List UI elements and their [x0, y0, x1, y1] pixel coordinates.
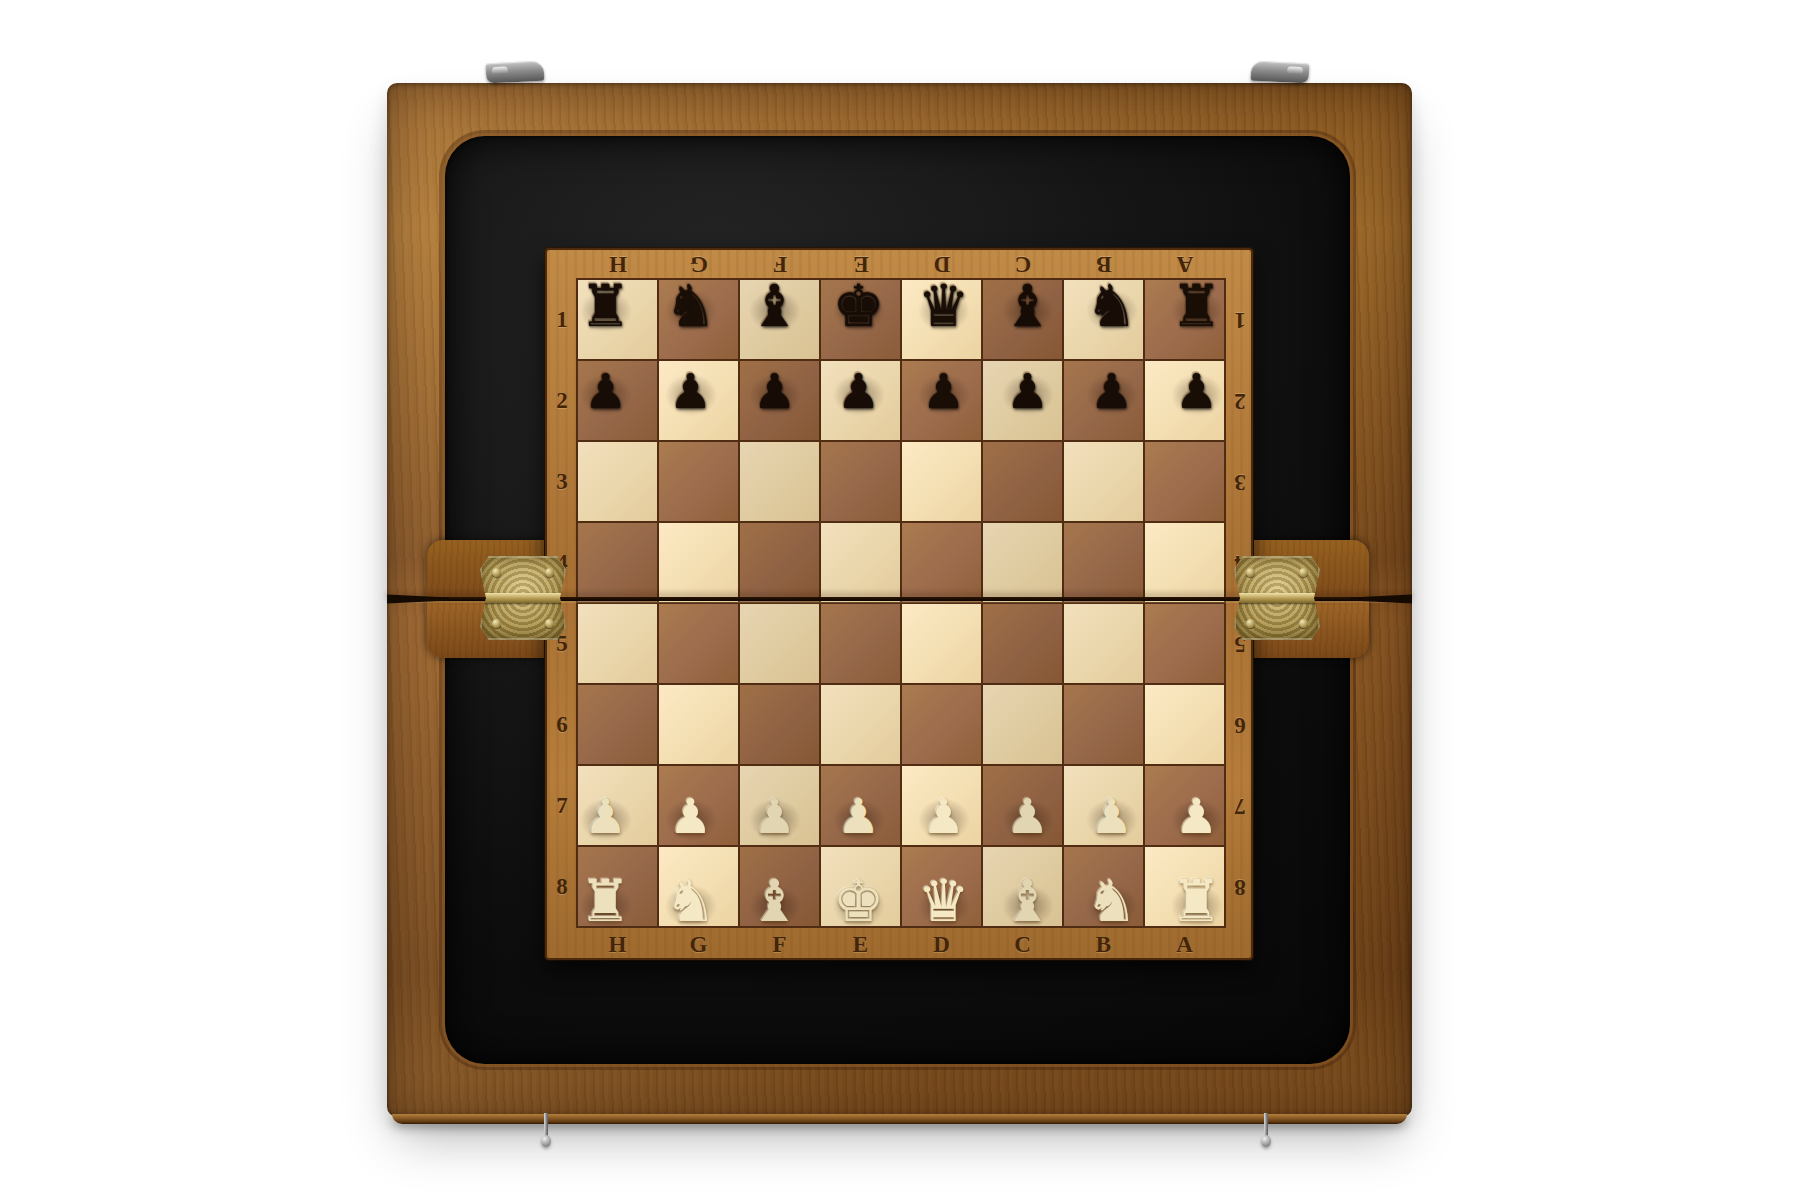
square-e1[interactable]: ♚ [821, 280, 900, 359]
file-label-bottom-E: E [853, 932, 868, 958]
square-a8[interactable]: ♜ [1145, 847, 1224, 926]
screw-icon [1299, 568, 1308, 577]
square-h8[interactable]: ♜ [578, 847, 657, 926]
square-d6[interactable] [902, 685, 981, 764]
square-f7[interactable]: ♟ [740, 766, 819, 845]
piece-white-pawn-e7[interactable]: ♟ [837, 792, 880, 840]
brass-hinge-left-icon [480, 556, 566, 640]
square-g3[interactable] [659, 442, 738, 521]
piece-black-pawn-f2[interactable]: ♟ [753, 367, 796, 415]
file-label-top-H: H [609, 251, 627, 277]
square-d8[interactable]: ♛ [902, 847, 981, 926]
photo-background: ♜♞♝♚♛♝♞♜♟♟♟♟♟♟♟♟♟♟♟♟♟♟♟♟♜♞♝♚♛♝♞♜ HHGGFFE… [0, 0, 1800, 1200]
square-b3[interactable] [1064, 442, 1143, 521]
square-g8[interactable]: ♞ [659, 847, 738, 926]
square-b2[interactable]: ♟ [1064, 361, 1143, 440]
piece-black-knight-b1[interactable]: ♞ [1086, 277, 1138, 335]
square-h4[interactable] [578, 523, 657, 602]
square-d4[interactable] [902, 523, 981, 602]
file-label-top-E: E [853, 251, 868, 277]
square-f2[interactable]: ♟ [740, 361, 819, 440]
square-d2[interactable]: ♟ [902, 361, 981, 440]
piece-white-king-e8[interactable]: ♚ [833, 872, 885, 930]
square-h7[interactable]: ♟ [578, 766, 657, 845]
file-label-top-B: B [1096, 251, 1111, 277]
piece-white-pawn-g7[interactable]: ♟ [669, 792, 712, 840]
chess-board: ♜♞♝♚♛♝♞♜♟♟♟♟♟♟♟♟♟♟♟♟♟♟♟♟♜♞♝♚♛♝♞♜ HHGGFFE… [545, 248, 1253, 960]
square-f6[interactable] [740, 685, 819, 764]
rank-label-left-2: 2 [556, 388, 568, 414]
piece-black-knight-g1[interactable]: ♞ [665, 277, 717, 335]
square-e7[interactable]: ♟ [821, 766, 900, 845]
piece-black-queen-d1[interactable]: ♛ [918, 277, 970, 335]
square-a5[interactable] [1145, 604, 1224, 683]
square-e5[interactable] [821, 604, 900, 683]
piece-white-pawn-d7[interactable]: ♟ [922, 792, 965, 840]
board-grid: ♜♞♝♚♛♝♞♜♟♟♟♟♟♟♟♟♟♟♟♟♟♟♟♟♜♞♝♚♛♝♞♜ [576, 278, 1226, 928]
piece-white-bishop-c8[interactable]: ♝ [1002, 872, 1054, 930]
screw-icon [492, 619, 501, 628]
square-e4[interactable] [821, 523, 900, 602]
file-label-bottom-B: B [1096, 932, 1111, 958]
piece-white-rook-h8[interactable]: ♜ [580, 872, 632, 930]
rank-label-right-7: 7 [1234, 793, 1246, 819]
square-b7[interactable]: ♟ [1064, 766, 1143, 845]
piece-white-queen-d8[interactable]: ♛ [918, 872, 970, 930]
square-g5[interactable] [659, 604, 738, 683]
rank-label-right-1: 1 [1234, 307, 1246, 333]
square-h2[interactable]: ♟ [578, 361, 657, 440]
piece-black-bishop-f1[interactable]: ♝ [749, 277, 801, 335]
hinge-pin-icon [1228, 593, 1326, 603]
square-f3[interactable] [740, 442, 819, 521]
piece-white-pawn-c7[interactable]: ♟ [1006, 792, 1049, 840]
square-a6[interactable] [1145, 685, 1224, 764]
rank-label-left-7: 7 [556, 793, 568, 819]
square-g7[interactable]: ♟ [659, 766, 738, 845]
square-f4[interactable] [740, 523, 819, 602]
piece-black-pawn-g2[interactable]: ♟ [669, 367, 712, 415]
square-a2[interactable]: ♟ [1145, 361, 1224, 440]
square-f1[interactable]: ♝ [740, 280, 819, 359]
file-label-bottom-C: C [1014, 932, 1031, 958]
file-label-bottom-G: G [690, 932, 708, 958]
square-c5[interactable] [983, 604, 1062, 683]
square-c4[interactable] [983, 523, 1062, 602]
square-e8[interactable]: ♚ [821, 847, 900, 926]
square-b1[interactable]: ♞ [1064, 280, 1143, 359]
square-d7[interactable]: ♟ [902, 766, 981, 845]
piece-white-pawn-b7[interactable]: ♟ [1090, 792, 1133, 840]
square-b8[interactable]: ♞ [1064, 847, 1143, 926]
piece-white-rook-a8[interactable]: ♜ [1171, 872, 1223, 930]
square-d1[interactable]: ♛ [902, 280, 981, 359]
screw-icon [1246, 619, 1255, 628]
square-e6[interactable] [821, 685, 900, 764]
square-b4[interactable] [1064, 523, 1143, 602]
rank-label-right-8: 8 [1234, 874, 1246, 900]
screw-icon [545, 619, 554, 628]
chess-case: ♜♞♝♚♛♝♞♜♟♟♟♟♟♟♟♟♟♟♟♟♟♟♟♟♜♞♝♚♛♝♞♜ HHGGFFE… [387, 83, 1412, 1117]
rank-label-left-8: 8 [556, 874, 568, 900]
piece-black-king-e1[interactable]: ♚ [833, 277, 885, 335]
rank-label-left-6: 6 [556, 712, 568, 738]
clasp-right-icon [1251, 60, 1310, 83]
file-label-bottom-A: A [1176, 932, 1193, 958]
square-b5[interactable] [1064, 604, 1143, 683]
square-c7[interactable]: ♟ [983, 766, 1062, 845]
screw-icon [1246, 568, 1255, 577]
rank-label-right-2: 2 [1234, 388, 1246, 414]
square-a1[interactable]: ♜ [1145, 280, 1224, 359]
square-h1[interactable]: ♜ [578, 280, 657, 359]
square-d3[interactable] [902, 442, 981, 521]
file-label-top-G: G [690, 251, 708, 277]
piece-black-pawn-h2[interactable]: ♟ [584, 367, 627, 415]
rank-label-left-3: 3 [556, 469, 568, 495]
file-label-bottom-D: D [933, 932, 950, 958]
piece-black-pawn-b2[interactable]: ♟ [1090, 367, 1133, 415]
rank-label-left-1: 1 [556, 307, 568, 333]
piece-black-rook-a1[interactable]: ♜ [1171, 277, 1223, 335]
piece-white-pawn-a7[interactable]: ♟ [1175, 792, 1218, 840]
square-g1[interactable]: ♞ [659, 280, 738, 359]
clasp-left-icon [486, 60, 545, 83]
rank-label-right-6: 6 [1234, 712, 1246, 738]
file-label-top-D: D [933, 251, 950, 277]
square-h6[interactable] [578, 685, 657, 764]
file-label-top-F: F [772, 251, 786, 277]
square-g6[interactable] [659, 685, 738, 764]
square-f8[interactable]: ♝ [740, 847, 819, 926]
piece-black-pawn-c2[interactable]: ♟ [1006, 367, 1049, 415]
brass-hinge-right-icon [1234, 556, 1320, 640]
square-c2[interactable]: ♟ [983, 361, 1062, 440]
square-a3[interactable] [1145, 442, 1224, 521]
piece-white-knight-b8[interactable]: ♞ [1086, 872, 1138, 930]
piece-black-pawn-d2[interactable]: ♟ [922, 367, 965, 415]
file-label-top-C: C [1014, 251, 1031, 277]
square-f5[interactable] [740, 604, 819, 683]
screw-icon [545, 568, 554, 577]
square-g2[interactable]: ♟ [659, 361, 738, 440]
foot-right-icon [1260, 1113, 1272, 1149]
square-e2[interactable]: ♟ [821, 361, 900, 440]
square-c6[interactable] [983, 685, 1062, 764]
piece-black-bishop-c1[interactable]: ♝ [1002, 277, 1054, 335]
square-d5[interactable] [902, 604, 981, 683]
piece-white-bishop-f8[interactable]: ♝ [749, 872, 801, 930]
piece-white-knight-g8[interactable]: ♞ [665, 872, 717, 930]
hinge-pin-icon [474, 593, 572, 603]
square-h5[interactable] [578, 604, 657, 683]
piece-white-pawn-f7[interactable]: ♟ [753, 792, 796, 840]
file-label-bottom-F: F [772, 932, 786, 958]
rank-label-right-3: 3 [1234, 469, 1246, 495]
square-c3[interactable] [983, 442, 1062, 521]
foot-left-icon [540, 1113, 552, 1149]
square-c8[interactable]: ♝ [983, 847, 1062, 926]
piece-black-pawn-a2[interactable]: ♟ [1175, 367, 1218, 415]
file-label-bottom-H: H [609, 932, 627, 958]
square-e3[interactable] [821, 442, 900, 521]
file-label-top-A: A [1176, 251, 1193, 277]
square-g4[interactable] [659, 523, 738, 602]
square-c1[interactable]: ♝ [983, 280, 1062, 359]
square-a4[interactable] [1145, 523, 1224, 602]
square-a7[interactable]: ♟ [1145, 766, 1224, 845]
square-h3[interactable] [578, 442, 657, 521]
screw-icon [1299, 619, 1308, 628]
piece-black-pawn-e2[interactable]: ♟ [837, 367, 880, 415]
piece-black-rook-h1[interactable]: ♜ [580, 277, 632, 335]
screw-icon [492, 568, 501, 577]
square-b6[interactable] [1064, 685, 1143, 764]
piece-white-pawn-h7[interactable]: ♟ [584, 792, 627, 840]
